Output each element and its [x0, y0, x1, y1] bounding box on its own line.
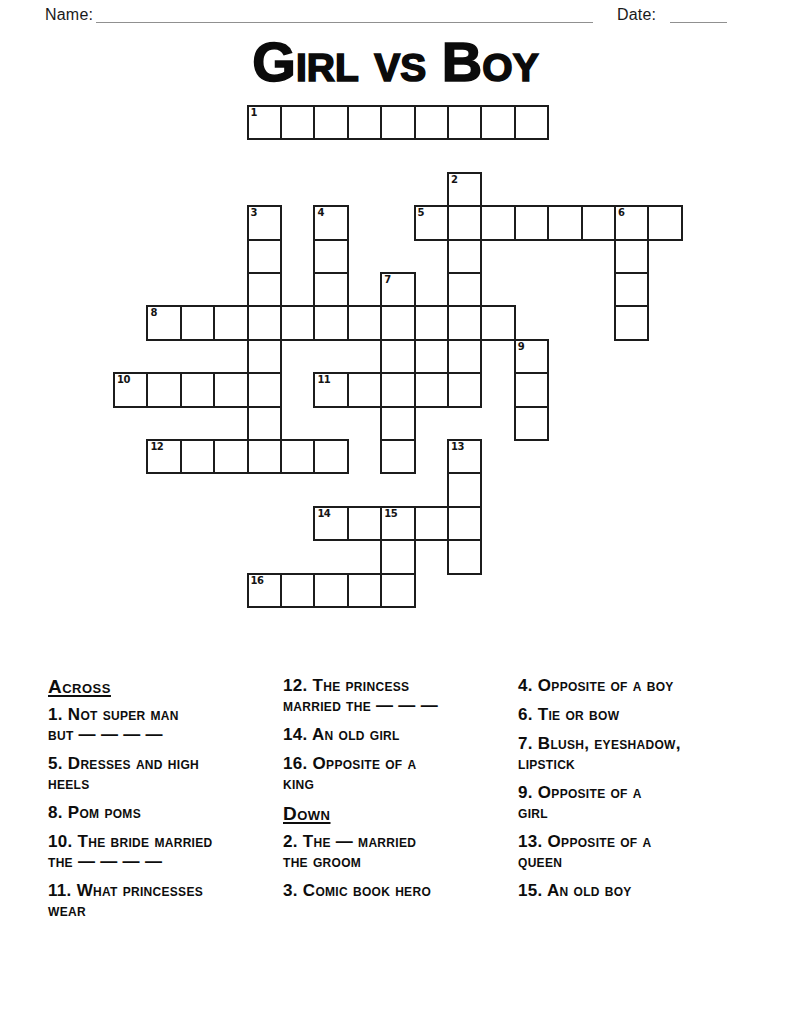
grid-cell-r6c4[interactable]: [247, 305, 282, 340]
grid-cell-r3c9[interactable]: 5: [414, 205, 449, 240]
clue-text: Pom poms: [63, 803, 141, 822]
clue-14: 14. An old girl: [283, 725, 511, 745]
grid-cell-r3c16[interactable]: [647, 205, 682, 240]
name-label: Name:: [45, 6, 93, 24]
grid-cell-r8c4[interactable]: [247, 372, 282, 407]
cell-number-13: 13: [451, 441, 464, 452]
grid-cell-r8c0[interactable]: 10: [113, 372, 148, 407]
grid-cell-r14c7[interactable]: [347, 573, 382, 608]
cell-number-5: 5: [418, 207, 424, 218]
grid-cell-r0c11[interactable]: [480, 105, 515, 140]
clue-8: 8. Pom poms: [48, 803, 276, 823]
clue-number: 11.: [48, 881, 72, 900]
grid-cell-r8c6[interactable]: 11: [313, 372, 348, 407]
grid-cell-r14c5[interactable]: [280, 573, 315, 608]
grid-cell-r0c12[interactable]: [514, 105, 549, 140]
cell-number-8: 8: [150, 307, 156, 318]
date-label: Date:: [617, 6, 656, 24]
grid-cell-r6c7[interactable]: [347, 305, 382, 340]
grid-cell-r6c10[interactable]: [447, 305, 482, 340]
clue-number: 16.: [283, 754, 308, 773]
grid-cell-r6c3[interactable]: [213, 305, 248, 340]
clue-text: The — married the groom: [283, 832, 416, 871]
grid-cell-r5c10[interactable]: [447, 272, 482, 307]
clue-3: 3. Comic book hero: [283, 881, 511, 901]
grid-cell-r0c8[interactable]: [380, 105, 415, 140]
clue-number: 13.: [518, 832, 543, 851]
cell-number-10: 10: [117, 374, 130, 385]
grid-cell-r10c5[interactable]: [280, 439, 315, 474]
grid-cell-r12c7[interactable]: [347, 506, 382, 541]
grid-cell-r8c3[interactable]: [213, 372, 248, 407]
cell-number-3: 3: [251, 207, 257, 218]
clue-4: 4. Opposite of a boy: [518, 676, 746, 696]
grid-cell-r0c7[interactable]: [347, 105, 382, 140]
grid-cell-r4c10[interactable]: [447, 239, 482, 274]
clues-heading-across: Across: [48, 676, 276, 698]
grid-cell-r0c9[interactable]: [414, 105, 449, 140]
clue-16: 16. Opposite of a king: [283, 754, 511, 794]
cell-number-16: 16: [251, 575, 264, 586]
grid-cell-r6c1[interactable]: 8: [146, 305, 181, 340]
clue-number: 7.: [518, 734, 533, 753]
clue-number: 8.: [48, 803, 63, 822]
grid-cell-r7c10[interactable]: [447, 339, 482, 374]
grid-cell-r3c12[interactable]: [514, 205, 549, 240]
grid-cell-r9c12[interactable]: [514, 406, 549, 441]
grid-cell-r8c12[interactable]: [514, 372, 549, 407]
grid-cell-r12c10[interactable]: [447, 506, 482, 541]
cell-number-15: 15: [384, 508, 397, 519]
clue-text: The bride married the — — — —: [48, 832, 213, 871]
clue-number: 10.: [48, 832, 73, 851]
clue-number: 14.: [283, 725, 308, 744]
clue-number: 4.: [518, 676, 533, 695]
grid-cell-r12c9[interactable]: [414, 506, 449, 541]
grid-cell-r3c10[interactable]: [447, 205, 482, 240]
grid-cell-r12c8[interactable]: 15: [380, 506, 415, 541]
clue-text: Opposite of a girl: [518, 783, 642, 822]
grid-cell-r3c14[interactable]: [581, 205, 616, 240]
clue-6: 6. Tie or bow: [518, 705, 746, 725]
grid-cell-r11c10[interactable]: [447, 472, 482, 507]
grid-cell-r14c6[interactable]: [313, 573, 348, 608]
grid-cell-r6c2[interactable]: [180, 305, 215, 340]
grid-cell-r10c10[interactable]: 13: [447, 439, 482, 474]
clue-number: 3.: [283, 881, 298, 900]
grid-cell-r3c4[interactable]: 3: [247, 205, 282, 240]
date-input-line[interactable]: [670, 21, 727, 23]
clue-number: 9.: [518, 783, 533, 802]
clue-9: 9. Opposite of a girl: [518, 783, 746, 823]
grid-cell-r9c8[interactable]: [380, 406, 415, 441]
clue-number: 15.: [518, 881, 543, 900]
grid-cell-r6c5[interactable]: [280, 305, 315, 340]
cell-number-12: 12: [150, 441, 163, 452]
grid-cell-r14c8[interactable]: [380, 573, 415, 608]
grid-cell-r3c11[interactable]: [480, 205, 515, 240]
grid-cell-r0c5[interactable]: [280, 105, 315, 140]
cell-number-14: 14: [317, 508, 330, 519]
grid-cell-r4c15[interactable]: [614, 239, 649, 274]
clue-10: 10. The bride married the — — — —: [48, 832, 276, 872]
clue-number: 12.: [283, 676, 308, 695]
clue-15: 15. An old boy: [518, 881, 746, 901]
name-input-line[interactable]: [96, 21, 593, 23]
grid-cell-r12c6[interactable]: 14: [313, 506, 348, 541]
clue-text: Not super man but — — — —: [48, 705, 179, 744]
grid-cell-r6c6[interactable]: [313, 305, 348, 340]
grid-cell-r0c10[interactable]: [447, 105, 482, 140]
cell-number-6: 6: [618, 207, 624, 218]
grid-cell-r10c1[interactable]: 12: [146, 439, 181, 474]
grid-cell-r8c7[interactable]: [347, 372, 382, 407]
clues-heading-down: Down: [283, 803, 511, 825]
grid-cell-r10c4[interactable]: [247, 439, 282, 474]
cell-number-2: 2: [451, 174, 457, 185]
clue-text: An old boy: [543, 881, 632, 900]
grid-cell-r3c6[interactable]: 4: [313, 205, 348, 240]
grid-cell-r8c10[interactable]: [447, 372, 482, 407]
grid-cell-r7c4[interactable]: [247, 339, 282, 374]
clue-7: 7. Blush, eyeshadow, lipstick: [518, 734, 746, 774]
grid-cell-r3c13[interactable]: [547, 205, 582, 240]
grid-cell-r0c6[interactable]: [313, 105, 348, 140]
clue-column-left: Across1. Not super man but — — — —5. Dre…: [48, 676, 276, 930]
clue-text: An old girl: [308, 725, 400, 744]
grid-cell-r5c15[interactable]: [614, 272, 649, 307]
grid-cell-r7c12[interactable]: 9: [514, 339, 549, 374]
clue-text: Dresses and high heels: [48, 754, 199, 793]
grid-cell-r8c1[interactable]: [146, 372, 181, 407]
grid-cell-r3c15[interactable]: 6: [614, 205, 649, 240]
grid-cell-r13c8[interactable]: [380, 539, 415, 574]
grid-cell-r10c2[interactable]: [180, 439, 215, 474]
clue-2: 2. The — married the groom: [283, 832, 511, 872]
clue-text: What princesses wear: [48, 881, 203, 920]
grid-cell-r10c8[interactable]: [380, 439, 415, 474]
clue-13: 13. Opposite of a queen: [518, 832, 746, 872]
grid-cell-r10c3[interactable]: [213, 439, 248, 474]
grid-cell-r8c2[interactable]: [180, 372, 215, 407]
grid-cell-r9c4[interactable]: [247, 406, 282, 441]
cell-number-4: 4: [317, 207, 323, 218]
clue-text: Opposite of a boy: [533, 676, 674, 695]
cell-number-11: 11: [317, 374, 330, 385]
clue-number: 1.: [48, 705, 63, 724]
clue-text: Blush, eyeshadow, lipstick: [518, 734, 681, 773]
clue-text: Tie or bow: [533, 705, 620, 724]
cell-number-9: 9: [518, 341, 524, 352]
grid-cell-r13c10[interactable]: [447, 539, 482, 574]
clue-text: Comic book hero: [298, 881, 431, 900]
clue-11: 11. What princesses wear: [48, 881, 276, 921]
grid-cell-r5c8[interactable]: 7: [380, 272, 415, 307]
grid-cell-r6c11[interactable]: [480, 305, 515, 340]
puzzle-title: Girl vs Boy: [0, 30, 791, 94]
grid-cell-r4c6[interactable]: [313, 239, 348, 274]
cell-number-7: 7: [384, 274, 390, 285]
clue-number: 6.: [518, 705, 533, 724]
grid-cell-r6c8[interactable]: [380, 305, 415, 340]
clue-number: 2.: [283, 832, 298, 851]
grid-cell-r7c8[interactable]: [380, 339, 415, 374]
grid-cell-r8c9[interactable]: [414, 372, 449, 407]
clue-12: 12. The princess married the — — —: [283, 676, 511, 716]
clue-5: 5. Dresses and high heels: [48, 754, 276, 794]
grid-cell-r4c4[interactable]: [247, 239, 282, 274]
crossword-grid: 12345678910111213141516: [113, 105, 684, 609]
grid-cell-r6c15[interactable]: [614, 305, 649, 340]
grid-cell-r6c9[interactable]: [414, 305, 449, 340]
grid-cell-r2c10[interactable]: 2: [447, 172, 482, 207]
grid-cell-r5c4[interactable]: [247, 272, 282, 307]
grid-cell-r10c6[interactable]: [313, 439, 348, 474]
grid-cell-r8c8[interactable]: [380, 372, 415, 407]
grid-cell-r0c4[interactable]: 1: [247, 105, 282, 140]
clue-number: 5.: [48, 754, 63, 773]
cell-number-1: 1: [251, 107, 257, 118]
clue-column-middle: 12. The princess married the — — —14. An…: [283, 676, 511, 910]
clue-1: 1. Not super man but — — — —: [48, 705, 276, 745]
grid-cell-r14c4[interactable]: 16: [247, 573, 282, 608]
clue-column-right: 4. Opposite of a boy6. Tie or bow7. Blus…: [518, 676, 746, 910]
grid-cell-r5c6[interactable]: [313, 272, 348, 307]
